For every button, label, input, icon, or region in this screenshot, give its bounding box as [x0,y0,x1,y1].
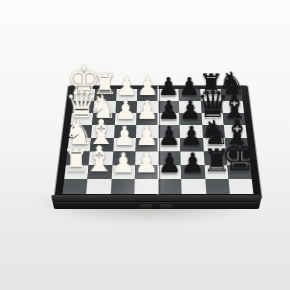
square-d1[interactable] [134,179,158,194]
square-h2[interactable]: ♚ [227,165,252,179]
black-pawn[interactable]: ♟ [157,123,181,149]
black-pawn[interactable]: ♟ [157,97,180,122]
black-king[interactable]: ♚ [221,135,259,177]
board-perspective-wrapper: ♚♜♟♟♟♟♜♞♛♞♟♟♟♟♛♝♞♝♟♟♟♟♞♝♜♝♟♟♟♟♜♚ [54,86,261,199]
white-pawn[interactable]: ♟ [136,97,159,122]
board-side-edge [51,195,262,209]
chess-board-frame: ♚♜♟♟♟♟♜♞♛♞♟♟♟♟♛♝♞♝♟♟♟♟♞♝♜♝♟♟♟♟♜♚ [54,86,261,199]
square-f2[interactable]: ♟ [181,165,205,179]
square-b1[interactable] [86,179,111,194]
black-pawn[interactable]: ♟ [157,149,181,176]
black-pawn[interactable]: ♟ [181,149,205,176]
square-e1[interactable] [158,179,182,194]
product-photo-scene: ♚♜♟♟♟♟♜♞♛♞♟♟♟♟♛♝♞♝♟♟♟♟♞♝♜♝♟♟♟♟♜♚ [0,0,290,290]
square-c2[interactable]: ♟ [111,165,135,179]
white-pawn[interactable]: ♟ [112,123,136,149]
square-g1[interactable] [205,179,230,194]
square-a1[interactable] [63,179,88,194]
white-pawn[interactable]: ♟ [114,97,137,122]
square-d2[interactable]: ♟ [135,165,158,179]
square-b2[interactable]: ♝ [88,165,112,179]
white-pawn[interactable]: ♟ [134,149,158,176]
white-pawn[interactable]: ♟ [135,123,159,149]
square-f1[interactable] [181,179,205,194]
chess-board: ♚♜♟♟♟♟♜♞♛♞♟♟♟♟♛♝♞♝♟♟♟♟♞♝♜♝♟♟♟♟♜♚ [63,89,254,194]
square-c1[interactable] [110,179,134,194]
square-e2[interactable]: ♟ [158,165,181,179]
square-h1[interactable] [228,179,253,194]
white-pawn[interactable]: ♟ [111,149,135,176]
side-groove [55,201,258,202]
